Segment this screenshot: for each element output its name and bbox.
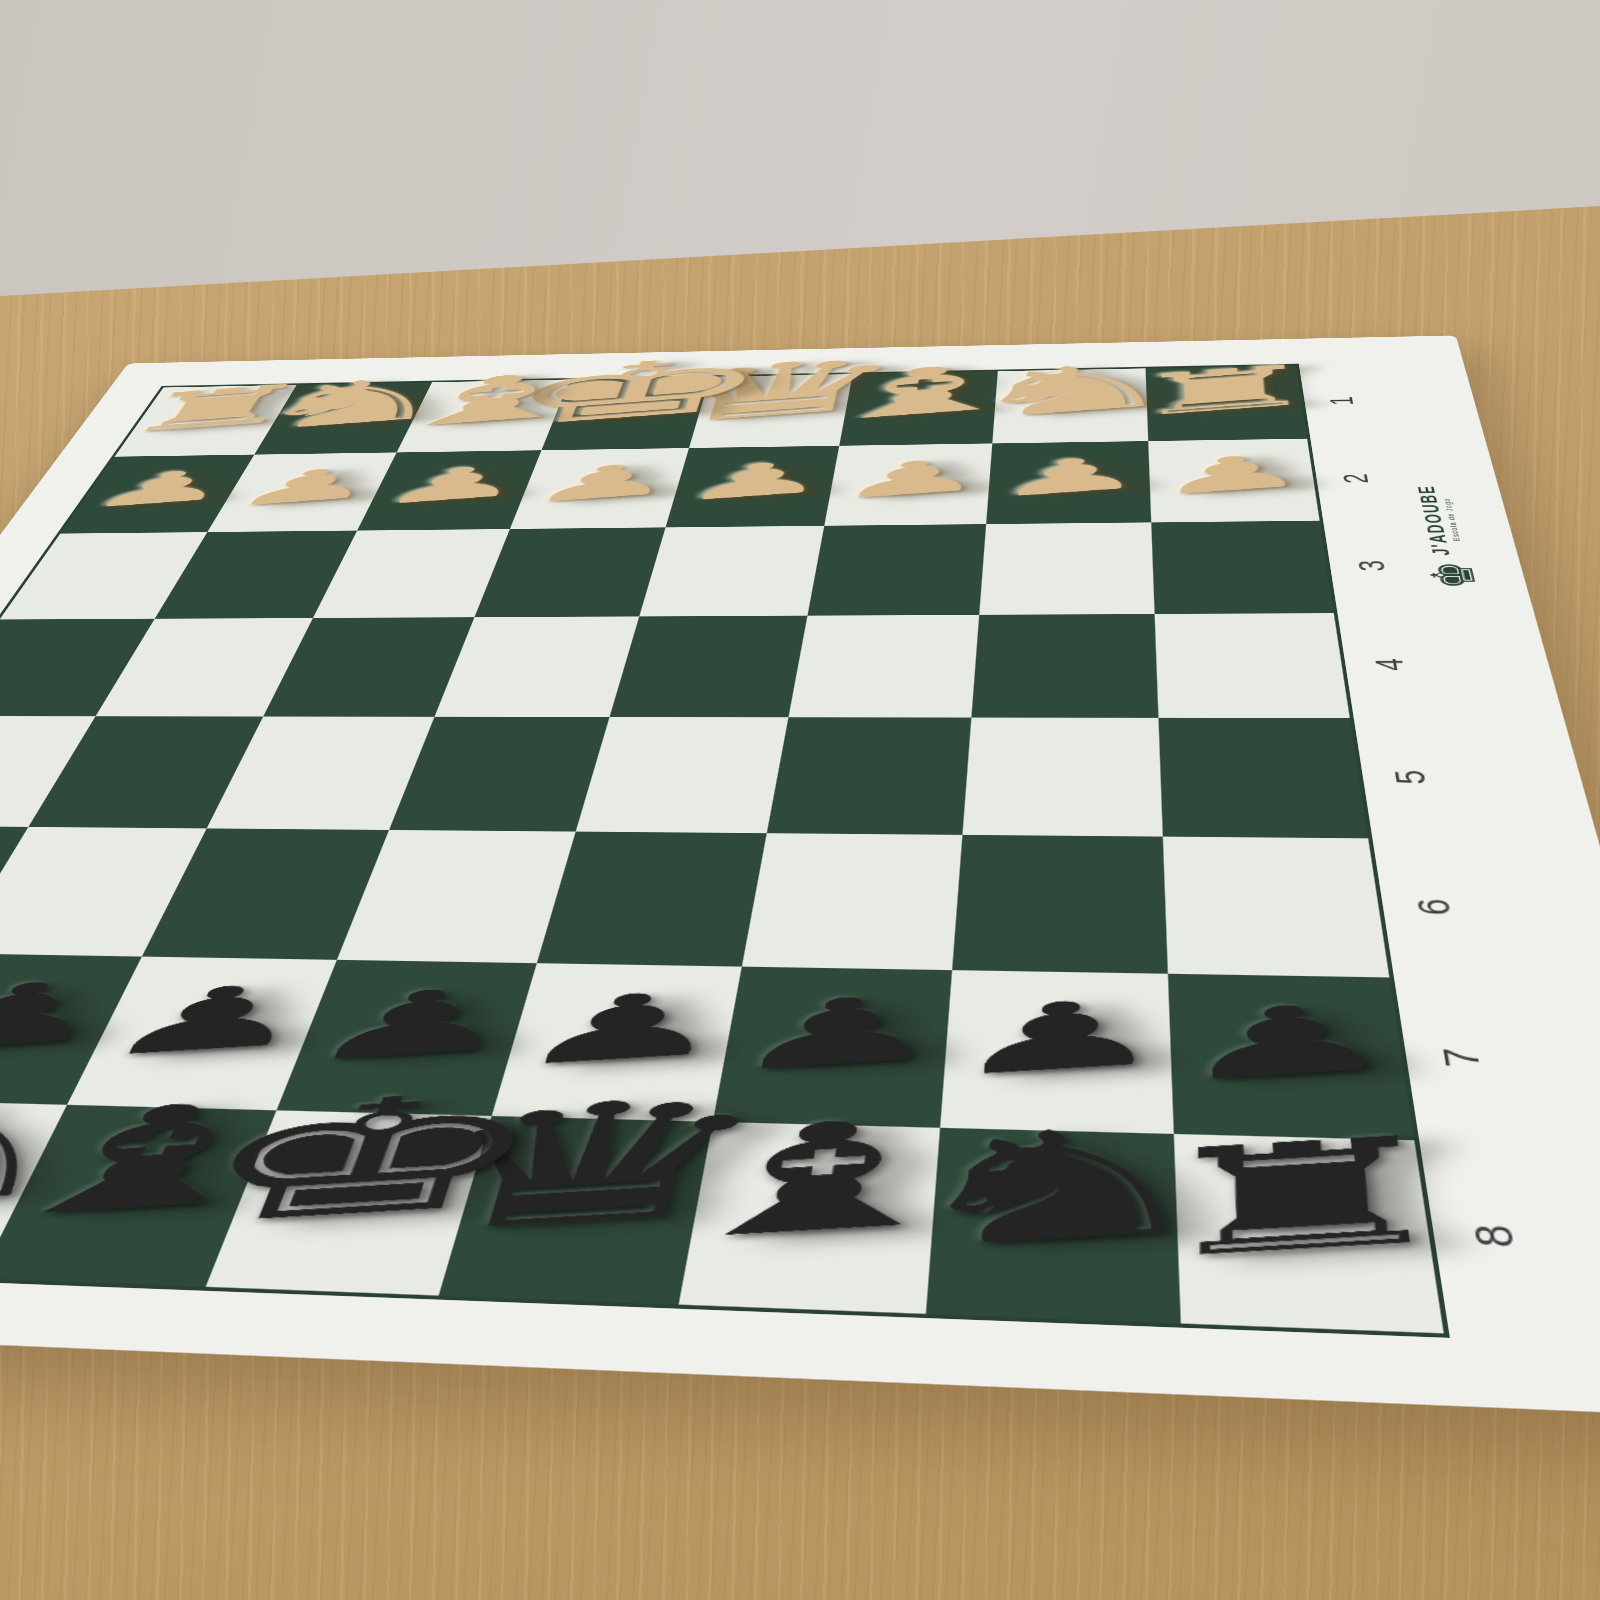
- pieces-layer: ♜♞♝♛♚♝♞♜♟♟♟♟♟♟♟♟♟♟♟♟♟♟♟♟♜♞♝♛♚♝♞♜: [128, 335, 1456, 363]
- square-a5: [1158, 718, 1368, 839]
- rank-label-1: 1: [1322, 395, 1361, 405]
- square-b8: [926, 1128, 1181, 1324]
- brand-text: J'ADOUBE Escola de Jogo: [1414, 485, 1467, 556]
- rank-label-5: 5: [1384, 769, 1435, 784]
- square-a1: [1146, 365, 1308, 441]
- square-d2: [666, 446, 840, 528]
- king-silhouette-icon: ♚: [1421, 561, 1486, 589]
- square-c8: [679, 1122, 940, 1314]
- square-a8: [1174, 1134, 1444, 1333]
- square-d1: [689, 374, 853, 448]
- square-c7: [713, 967, 952, 1128]
- square-b5: [962, 718, 1162, 837]
- rank-label-8: 8: [1461, 1222, 1527, 1248]
- rank-label-7: 7: [1431, 1046, 1492, 1068]
- square-a4: [1155, 613, 1350, 718]
- rank-label-4: 4: [1366, 657, 1414, 670]
- rank-label-6: 6: [1406, 897, 1462, 915]
- square-b7: [940, 970, 1174, 1134]
- rank-label-2: 2: [1335, 473, 1377, 484]
- square-c6: [742, 833, 963, 970]
- square-d7: [492, 963, 742, 1122]
- square-d6: [537, 832, 767, 967]
- perspective-wrapper: 12345678 ♚ J'ADOUBE Escola de Jogo ♜♞♝♛♚…: [0, 0, 1600, 1600]
- square-d3: [639, 526, 824, 617]
- square-c1: [839, 371, 998, 446]
- vinyl-chess-mat: 12345678 ♚ J'ADOUBE Escola de Jogo ♜♞♝♛♚…: [0, 335, 1600, 1418]
- square-b4: [971, 614, 1158, 718]
- square-b2: [986, 441, 1151, 524]
- square-b1: [992, 368, 1148, 443]
- rank-coordinates: 12345678: [128, 335, 1456, 363]
- square-e1: [541, 377, 710, 450]
- square-a2: [1148, 439, 1319, 523]
- square-a3: [1151, 521, 1334, 614]
- square-b3: [979, 522, 1154, 614]
- square-h1: [115, 385, 297, 457]
- square-d4: [610, 616, 808, 718]
- square-c3: [807, 524, 986, 616]
- rank-label-3: 3: [1349, 559, 1394, 571]
- square-c4: [788, 615, 979, 718]
- square-d5: [576, 717, 789, 833]
- square-e2: [510, 448, 689, 529]
- chess-board: [0, 364, 1450, 1338]
- photo-scene: 12345678 ♚ J'ADOUBE Escola de Jogo ♜♞♝♛♚…: [0, 0, 1600, 1600]
- square-c2: [824, 443, 992, 525]
- square-a7: [1168, 974, 1414, 1141]
- square-b6: [952, 835, 1168, 974]
- square-c5: [767, 717, 972, 835]
- brand-logo: ♚ J'ADOUBE Escola de Jogo: [1404, 485, 1485, 589]
- square-a6: [1163, 837, 1390, 978]
